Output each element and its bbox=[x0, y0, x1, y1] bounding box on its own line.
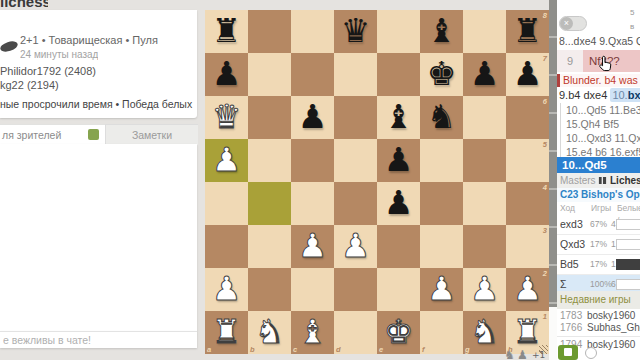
square-f1[interactable]: f bbox=[420, 311, 463, 354]
variation-line[interactable]: 10...Qxd3 11.Qxd3 e bbox=[561, 131, 640, 145]
chat-input[interactable]: е вежливы в чате! bbox=[0, 331, 197, 348]
player-name: bosky1960 bbox=[587, 310, 635, 322]
explorer-header: Ход Игры Белые / bbox=[557, 202, 640, 215]
square-c1[interactable]: ♝c bbox=[291, 311, 334, 354]
square-f3[interactable] bbox=[420, 225, 463, 268]
rank-label-1: 1 bbox=[543, 312, 547, 321]
piece-black-pawn[interactable]: ♟ bbox=[463, 53, 506, 96]
square-c3[interactable]: ♟ bbox=[291, 225, 334, 268]
site-logo[interactable]: lichess.org bbox=[0, 0, 48, 10]
square-b1[interactable]: ♞b bbox=[248, 311, 291, 354]
flip-board-button[interactable] bbox=[558, 345, 578, 360]
player-black[interactable]: kg22 (2194) bbox=[0, 79, 195, 91]
rank-label-2: 2 bbox=[543, 269, 547, 278]
chat-presence-indicator bbox=[88, 129, 99, 140]
square-c8[interactable] bbox=[291, 10, 334, 53]
square-e6[interactable]: ♝ bbox=[377, 96, 420, 139]
square-a4[interactable] bbox=[205, 182, 248, 225]
tab-masters[interactable]: Masters bbox=[560, 173, 596, 188]
piece-white-queen[interactable]: ♛ bbox=[205, 96, 248, 139]
material-advantage: +1 bbox=[532, 350, 545, 360]
piece-white-pawn[interactable]: ♟ bbox=[420, 268, 463, 311]
current-move-chip[interactable]: 10.bxa5 bbox=[610, 88, 640, 102]
captured-pawn-icon: ♟ bbox=[517, 348, 528, 360]
square-f6[interactable]: ♞ bbox=[420, 96, 463, 139]
toggle-off-icon: × bbox=[560, 17, 573, 30]
divider bbox=[557, 336, 640, 337]
explorer-move: Qxd3 bbox=[560, 235, 585, 254]
square-b8[interactable] bbox=[248, 10, 291, 53]
square-e1[interactable]: ♚e bbox=[377, 311, 420, 354]
square-d6[interactable] bbox=[334, 96, 377, 139]
square-d3[interactable]: ♟ bbox=[334, 225, 377, 268]
explorer-move-row[interactable]: exd367%4 bbox=[557, 215, 640, 235]
explorer-move: Bd5 bbox=[560, 255, 579, 274]
piece-white-pawn[interactable]: ♟ bbox=[463, 268, 506, 311]
square-b3[interactable] bbox=[248, 225, 291, 268]
lichess-analysis-page: lichess.org 2+1 • Товарищеская • Пуля 24… bbox=[0, 0, 640, 360]
rank-label-3: 3 bbox=[543, 226, 547, 235]
player-white[interactable]: Philidor1792 (2408) bbox=[0, 65, 195, 77]
chat-messages-area bbox=[0, 144, 197, 331]
chat-tabbar: ля зрителей Заметки bbox=[0, 124, 197, 144]
rank-label-5: 5 bbox=[543, 140, 547, 149]
square-a6[interactable]: ♛ bbox=[205, 96, 248, 139]
winrate-bar bbox=[616, 279, 640, 290]
tab-notes[interactable]: Заметки bbox=[105, 124, 198, 145]
recent-game-row[interactable]: 1766Subhas_Gho bbox=[557, 322, 640, 334]
variation-line[interactable]: 10...Qd5 11.Be3 Bc8 bbox=[561, 103, 640, 117]
tab-lichess[interactable]: Lichess bbox=[610, 173, 640, 188]
clipped-text-fragment: в bbox=[630, 22, 634, 31]
file-label-d: d bbox=[336, 345, 341, 354]
winrate-bar bbox=[616, 259, 640, 270]
square-a3[interactable] bbox=[205, 225, 248, 268]
panel-scrollbar[interactable] bbox=[549, 0, 557, 307]
square-c2[interactable] bbox=[291, 268, 334, 311]
explorer-percent: 17% bbox=[590, 255, 607, 274]
square-h4[interactable]: 4 bbox=[506, 182, 549, 225]
clipped-text-fragment: 5 bbox=[630, 8, 634, 17]
square-e4[interactable]: ♟ bbox=[377, 182, 420, 225]
file-label-b: b bbox=[250, 345, 255, 354]
recent-games-title: Недавние игры bbox=[557, 291, 640, 309]
recent-game-row[interactable]: 1783bosky1960 bbox=[557, 310, 640, 322]
file-label-c: c bbox=[293, 345, 297, 354]
captured-pieces-tray: ♞♟+1 bbox=[504, 351, 554, 360]
piece-black-pawn[interactable]: ♟ bbox=[291, 96, 334, 139]
square-d4[interactable] bbox=[334, 182, 377, 225]
square-e2[interactable] bbox=[377, 268, 420, 311]
square-g6[interactable] bbox=[463, 96, 506, 139]
square-f5[interactable] bbox=[420, 139, 463, 182]
piece-white-pawn[interactable]: ♟ bbox=[205, 139, 248, 182]
piece-black-bishop[interactable]: ♝ bbox=[377, 96, 420, 139]
rank-label-6: 6 bbox=[543, 97, 547, 106]
square-h3[interactable]: 3 bbox=[506, 225, 549, 268]
panel-scrollbar-track bbox=[549, 307, 557, 360]
variation-line[interactable]: 15.Qh4 Bf5 bbox=[561, 117, 640, 131]
square-c5[interactable] bbox=[291, 139, 334, 182]
square-d5[interactable] bbox=[334, 139, 377, 182]
square-b5[interactable] bbox=[248, 139, 291, 182]
square-b2[interactable] bbox=[248, 268, 291, 311]
book-icon bbox=[598, 176, 607, 185]
piece-white-bishop[interactable]: ♝ bbox=[291, 311, 334, 354]
captured-knight-icon: ♞ bbox=[504, 348, 515, 360]
square-a7[interactable]: ♟ bbox=[205, 53, 248, 96]
square-f2[interactable]: ♟ bbox=[420, 268, 463, 311]
square-b7[interactable] bbox=[248, 53, 291, 96]
square-b4[interactable] bbox=[248, 182, 291, 225]
piece-black-knight[interactable]: ♞ bbox=[420, 96, 463, 139]
winrate-bar bbox=[616, 239, 640, 250]
piece-black-pawn[interactable]: ♟ bbox=[205, 53, 248, 96]
file-label-a: a bbox=[207, 345, 211, 354]
piece-black-queen[interactable]: ♛ bbox=[334, 10, 377, 53]
moves-context-line[interactable]: 8...dxe4 9.Qxa5 Qx bbox=[559, 35, 640, 47]
square-a8[interactable]: ♜ bbox=[205, 10, 248, 53]
square-a2[interactable]: ♟ bbox=[205, 268, 248, 311]
square-h8[interactable]: ♜8 bbox=[506, 10, 549, 53]
rank-label-8: 8 bbox=[543, 11, 547, 20]
game-time-ago: 24 минуты назад bbox=[20, 49, 98, 60]
piece-white-king[interactable]: ♚ bbox=[377, 311, 420, 354]
square-d7[interactable] bbox=[334, 53, 377, 96]
square-h7[interactable]: ♟7 bbox=[506, 53, 549, 96]
square-f8[interactable]: ♝ bbox=[420, 10, 463, 53]
player-name: Subhas_Gho bbox=[587, 322, 640, 334]
square-e8[interactable] bbox=[377, 10, 420, 53]
engine-toggle[interactable]: × bbox=[559, 16, 587, 31]
explorer-move-row[interactable]: Bd517%1 bbox=[557, 255, 640, 275]
piece-black-pawn[interactable]: ♟ bbox=[377, 139, 420, 182]
square-h6[interactable]: 6 bbox=[506, 96, 549, 139]
square-c4[interactable] bbox=[291, 182, 334, 225]
opening-name[interactable]: C23 Bishop's Opening bbox=[557, 188, 640, 202]
current-move-bar: 10...Qd5 bbox=[557, 157, 640, 173]
explorer-move: exd3 bbox=[560, 215, 583, 234]
square-g3[interactable] bbox=[463, 225, 506, 268]
file-label-e: e bbox=[379, 345, 383, 354]
square-g1[interactable]: ♞g bbox=[463, 311, 506, 354]
explorer-percent: 67% bbox=[590, 215, 607, 234]
rank-label-4: 4 bbox=[543, 183, 547, 192]
tab-spectator-chat[interactable]: ля зрителей bbox=[0, 124, 105, 145]
square-a5[interactable]: ♟ bbox=[205, 139, 248, 182]
mouse-cursor bbox=[597, 54, 615, 75]
square-g7[interactable]: ♟ bbox=[463, 53, 506, 96]
explorer-tabs: Masters Lichess bbox=[557, 173, 640, 188]
piece-black-pawn[interactable]: ♟ bbox=[377, 182, 420, 225]
best-line[interactable]: 9.b4 dxe4 10.bxa5 bbox=[559, 88, 640, 103]
square-a1[interactable]: ♜a bbox=[205, 311, 248, 354]
settings-icon[interactable] bbox=[585, 347, 597, 359]
bullet-icon bbox=[0, 39, 19, 54]
game-meta: 2+1 • Товарищеская • Пуля bbox=[20, 34, 195, 46]
blunder-comment: Blunder. b4 was best bbox=[557, 74, 640, 87]
square-e5[interactable]: ♟ bbox=[377, 139, 420, 182]
move-number: 9 bbox=[557, 50, 583, 72]
rank-label-7: 7 bbox=[543, 54, 547, 63]
player-rating: 1783 bbox=[560, 310, 582, 322]
square-h5[interactable]: 5 bbox=[506, 139, 549, 182]
square-f7[interactable]: ♚ bbox=[420, 53, 463, 96]
piece-white-pawn[interactable]: ♟ bbox=[205, 268, 248, 311]
square-g5[interactable] bbox=[463, 139, 506, 182]
piece-white-pawn[interactable]: ♟ bbox=[334, 225, 377, 268]
piece-black-rook[interactable]: ♜ bbox=[205, 10, 248, 53]
piece-white-pawn[interactable]: ♟ bbox=[291, 225, 334, 268]
explorer-move-row[interactable]: Qxd317%1 bbox=[557, 235, 640, 255]
variation-lines: 10...Qd5 11.Be3 Bc815.Qh4 Bf510...Qxd3 1… bbox=[560, 103, 640, 159]
square-h2[interactable]: ♟2 bbox=[506, 268, 549, 311]
square-f4[interactable] bbox=[420, 182, 463, 225]
square-c7[interactable] bbox=[291, 53, 334, 96]
chess-board[interactable]: ♜♛♝♜8♟♚♟♟7♛♟♝♞6♟♟5♟4♟♟3♟♟♟♟2♜a♞b♝cd♚ef♞g… bbox=[205, 10, 549, 354]
square-b6[interactable] bbox=[248, 96, 291, 139]
flip-board-icon bbox=[564, 348, 572, 356]
square-g4[interactable] bbox=[463, 182, 506, 225]
square-e3[interactable] bbox=[377, 225, 420, 268]
square-d8[interactable]: ♛ bbox=[334, 10, 377, 53]
square-g2[interactable]: ♟ bbox=[463, 268, 506, 311]
file-label-f: f bbox=[422, 345, 425, 354]
piece-white-rook[interactable]: ♜ bbox=[205, 311, 248, 354]
game-info-card: 2+1 • Товарищеская • Пуля 24 минуты наза… bbox=[0, 10, 197, 118]
square-d1[interactable]: d bbox=[334, 311, 377, 354]
game-result: ные просрочили время • Победа белых bbox=[0, 98, 197, 110]
piece-black-king[interactable]: ♚ bbox=[420, 53, 463, 96]
explorer-percent: 17% bbox=[590, 235, 607, 254]
square-d2[interactable] bbox=[334, 268, 377, 311]
square-c6[interactable]: ♟ bbox=[291, 96, 334, 139]
square-e7[interactable] bbox=[377, 53, 420, 96]
square-g8[interactable] bbox=[463, 10, 506, 53]
piece-black-bishop[interactable]: ♝ bbox=[420, 10, 463, 53]
winrate-bar bbox=[616, 219, 640, 230]
file-label-g: g bbox=[465, 345, 470, 354]
player-rating: 1766 bbox=[560, 322, 582, 334]
